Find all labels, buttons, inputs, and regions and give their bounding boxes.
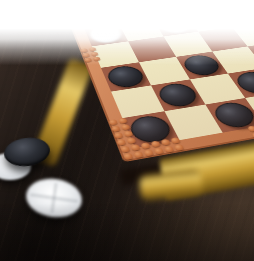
lego-stud-icon [140,142,150,149]
lego-stud-icon [150,141,160,148]
lego-stud-icon [84,58,92,63]
lego-stud-icon [130,144,140,151]
lego-stud-icon [154,148,165,155]
lego-stud-icon [82,53,90,58]
lego-stud-icon [116,139,126,146]
lego-stud-icon [91,52,99,57]
lego-stud-icon [133,151,143,158]
lego-stud-icon [123,153,133,160]
lego-stud-icon [124,131,134,138]
lego-stud-icon [120,146,130,153]
lego-stud-icon [174,144,185,151]
lego-stud-icon [89,47,97,52]
board-grid [63,0,254,148]
lego-stud-icon [251,132,254,139]
captured-white-piece-front[interactable] [24,175,85,220]
lego-stud-icon [247,125,254,131]
lego-stud-icon [80,48,88,53]
lego-stud-icon [121,124,131,130]
lego-stud-icon [118,118,128,124]
gold-base-corner [139,169,203,201]
lego-stud-icon [111,126,121,132]
black-piece[interactable] [104,64,147,89]
lego-stud-icon [144,149,154,156]
lego-stud-icon [63,4,70,8]
lego-stud-icon [108,119,118,125]
lego-stud-icon [114,132,124,139]
photo-scene [0,0,254,261]
lego-stud-icon [160,139,170,146]
lego-stud-icon [164,146,175,153]
